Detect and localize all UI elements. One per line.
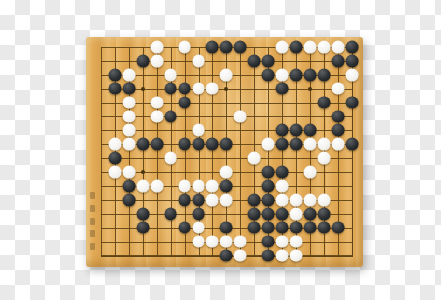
white-stone[interactable]	[304, 193, 317, 206]
white-stone[interactable]	[206, 180, 219, 193]
white-stone[interactable]	[178, 180, 191, 193]
white-stone[interactable]	[331, 41, 344, 54]
black-stone[interactable]	[276, 124, 289, 137]
black-stone[interactable]	[262, 54, 275, 67]
black-stone[interactable]	[220, 138, 233, 151]
white-stone[interactable]	[290, 249, 303, 262]
black-stone[interactable]	[304, 221, 317, 234]
white-stone[interactable]	[234, 235, 247, 248]
black-stone[interactable]	[192, 193, 205, 206]
black-stone[interactable]	[164, 110, 177, 123]
white-stone[interactable]	[290, 235, 303, 248]
black-stone[interactable]	[262, 68, 275, 81]
white-stone[interactable]	[164, 152, 177, 165]
star-point	[224, 87, 228, 91]
white-stone[interactable]	[109, 138, 122, 151]
black-stone[interactable]	[109, 82, 122, 95]
white-stone[interactable]	[150, 110, 163, 123]
white-stone[interactable]	[220, 166, 233, 179]
white-stone[interactable]	[192, 221, 205, 234]
black-stone[interactable]	[220, 221, 233, 234]
white-stone[interactable]	[304, 138, 317, 151]
black-stone[interactable]	[122, 180, 135, 193]
black-stone[interactable]	[290, 221, 303, 234]
white-stone[interactable]	[276, 41, 289, 54]
black-stone[interactable]	[178, 138, 191, 151]
black-stone[interactable]	[262, 180, 275, 193]
white-stone[interactable]	[248, 152, 261, 165]
black-stone[interactable]	[276, 138, 289, 151]
white-stone[interactable]	[276, 249, 289, 262]
white-stone[interactable]	[276, 68, 289, 81]
black-stone[interactable]	[262, 249, 275, 262]
black-stone[interactable]	[150, 138, 163, 151]
black-stone[interactable]	[262, 235, 275, 248]
black-stone[interactable]	[331, 54, 344, 67]
black-stone[interactable]	[331, 110, 344, 123]
black-stone[interactable]	[136, 207, 149, 220]
go-board[interactable]	[86, 37, 363, 267]
white-stone[interactable]	[290, 193, 303, 206]
black-stone[interactable]	[290, 68, 303, 81]
black-stone[interactable]	[290, 124, 303, 137]
black-stone[interactable]	[109, 68, 122, 81]
white-stone[interactable]	[122, 166, 135, 179]
black-stone[interactable]	[276, 166, 289, 179]
brand-marking	[89, 192, 95, 250]
black-stone[interactable]	[178, 96, 191, 109]
white-stone[interactable]	[317, 193, 330, 206]
white-stone[interactable]	[331, 138, 344, 151]
white-stone[interactable]	[206, 193, 219, 206]
black-stone[interactable]	[262, 193, 275, 206]
black-stone[interactable]	[136, 138, 149, 151]
white-stone[interactable]	[304, 166, 317, 179]
white-stone[interactable]	[122, 68, 135, 81]
black-stone[interactable]	[178, 221, 191, 234]
black-stone[interactable]	[331, 124, 344, 137]
black-stone[interactable]	[345, 96, 358, 109]
white-stone[interactable]	[122, 110, 135, 123]
white-stone[interactable]	[178, 41, 191, 54]
white-stone[interactable]	[192, 180, 205, 193]
white-stone[interactable]	[122, 124, 135, 137]
black-stone[interactable]	[248, 193, 261, 206]
black-stone[interactable]	[136, 54, 149, 67]
white-stone[interactable]	[220, 235, 233, 248]
black-stone[interactable]	[248, 54, 261, 67]
white-stone[interactable]	[192, 54, 205, 67]
black-stone[interactable]	[178, 193, 191, 206]
white-stone[interactable]	[220, 193, 233, 206]
white-stone[interactable]	[304, 41, 317, 54]
white-stone[interactable]	[136, 180, 149, 193]
black-stone[interactable]	[317, 207, 330, 220]
white-stone[interactable]	[276, 193, 289, 206]
black-stone[interactable]	[304, 207, 317, 220]
black-stone[interactable]	[345, 54, 358, 67]
black-stone[interactable]	[136, 221, 149, 234]
black-stone[interactable]	[317, 68, 330, 81]
black-stone[interactable]	[290, 138, 303, 151]
white-stone[interactable]	[276, 180, 289, 193]
white-stone[interactable]	[109, 166, 122, 179]
white-stone[interactable]	[276, 235, 289, 248]
star-point	[141, 87, 145, 91]
black-stone[interactable]	[122, 193, 135, 206]
white-stone[interactable]	[192, 82, 205, 95]
black-stone[interactable]	[248, 221, 261, 234]
black-stone[interactable]	[164, 207, 177, 220]
black-stone[interactable]	[220, 180, 233, 193]
white-stone[interactable]	[220, 68, 233, 81]
white-stone[interactable]	[122, 138, 135, 151]
black-stone[interactable]	[164, 82, 177, 95]
black-stone[interactable]	[345, 41, 358, 54]
black-stone[interactable]	[262, 166, 275, 179]
white-stone[interactable]	[122, 96, 135, 109]
black-stone[interactable]	[317, 221, 330, 234]
black-stone[interactable]	[290, 41, 303, 54]
white-stone[interactable]	[290, 207, 303, 220]
white-stone[interactable]	[234, 249, 247, 262]
black-stone[interactable]	[276, 207, 289, 220]
black-stone[interactable]	[220, 249, 233, 262]
black-stone[interactable]	[234, 41, 247, 54]
white-stone[interactable]	[206, 235, 219, 248]
white-stone[interactable]	[317, 138, 330, 151]
black-stone[interactable]	[317, 96, 330, 109]
black-stone[interactable]	[248, 207, 261, 220]
white-stone[interactable]	[206, 82, 219, 95]
white-stone[interactable]	[150, 96, 163, 109]
white-stone[interactable]	[164, 68, 177, 81]
white-stone[interactable]	[317, 152, 330, 165]
white-stone[interactable]	[192, 124, 205, 137]
black-stone[interactable]	[304, 68, 317, 81]
photo-background	[0, 0, 441, 300]
black-stone[interactable]	[178, 82, 191, 95]
white-stone[interactable]	[331, 82, 344, 95]
black-stone[interactable]	[206, 138, 219, 151]
white-stone[interactable]	[234, 110, 247, 123]
black-stone[interactable]	[262, 221, 275, 234]
black-stone[interactable]	[276, 221, 289, 234]
star-point	[308, 87, 312, 91]
black-stone[interactable]	[109, 152, 122, 165]
white-stone[interactable]	[150, 41, 163, 54]
black-stone[interactable]	[331, 221, 344, 234]
white-stone[interactable]	[262, 138, 275, 151]
white-stone[interactable]	[150, 180, 163, 193]
white-stone[interactable]	[345, 68, 358, 81]
black-stone[interactable]	[304, 124, 317, 137]
black-stone[interactable]	[122, 82, 135, 95]
black-stone[interactable]	[262, 207, 275, 220]
black-stone[interactable]	[192, 207, 205, 220]
white-stone[interactable]	[317, 41, 330, 54]
white-stone[interactable]	[192, 235, 205, 248]
star-point	[141, 170, 145, 174]
white-stone[interactable]	[150, 54, 163, 67]
black-stone[interactable]	[345, 138, 358, 151]
black-stone[interactable]	[192, 138, 205, 151]
black-stone[interactable]	[220, 41, 233, 54]
black-stone[interactable]	[206, 41, 219, 54]
black-stone[interactable]	[276, 82, 289, 95]
